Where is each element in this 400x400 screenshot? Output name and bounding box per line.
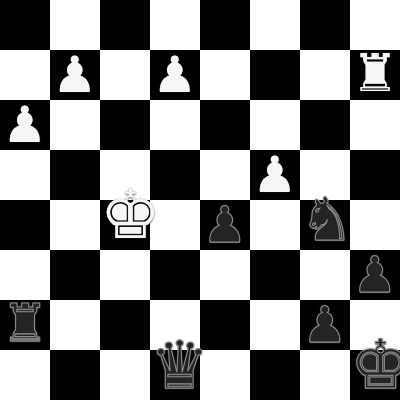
square-h6[interactable] xyxy=(350,100,400,150)
black-rook-icon: ♜ xyxy=(0,297,50,349)
square-e6[interactable] xyxy=(200,100,250,150)
square-c3[interactable] xyxy=(100,250,150,300)
square-g2[interactable]: ♟ xyxy=(300,300,350,350)
square-f6[interactable] xyxy=(250,100,300,150)
square-b6[interactable] xyxy=(50,100,100,150)
square-e5[interactable] xyxy=(200,150,250,200)
chess-board: ♟♟♜♟♟♚♟♞♟♜♟♛♚ xyxy=(0,0,400,400)
square-h3[interactable]: ♟ xyxy=(350,250,400,300)
square-g8[interactable] xyxy=(300,0,350,50)
square-a5[interactable] xyxy=(0,150,50,200)
square-f2[interactable] xyxy=(250,300,300,350)
square-d8[interactable] xyxy=(150,0,200,50)
square-a6[interactable]: ♟ xyxy=(0,100,50,150)
square-d7[interactable]: ♟ xyxy=(150,50,200,100)
square-g6[interactable] xyxy=(300,100,350,150)
square-g7[interactable] xyxy=(300,50,350,100)
square-h1[interactable]: ♚ xyxy=(350,350,400,400)
square-f5[interactable]: ♟ xyxy=(250,150,300,200)
square-d1[interactable]: ♛ xyxy=(150,350,200,400)
white-pawn-icon: ♟ xyxy=(50,50,100,100)
square-f4[interactable] xyxy=(250,200,300,250)
square-h7[interactable]: ♜ xyxy=(350,50,400,100)
square-a7[interactable] xyxy=(0,50,50,100)
square-f7[interactable] xyxy=(250,50,300,100)
square-f1[interactable] xyxy=(250,350,300,400)
square-b3[interactable] xyxy=(50,250,100,300)
square-f3[interactable] xyxy=(250,250,300,300)
black-pawn-icon: ♟ xyxy=(300,300,350,350)
square-g3[interactable] xyxy=(300,250,350,300)
black-king-icon: ♚ xyxy=(350,331,400,399)
white-king-icon: ♚ xyxy=(100,181,150,249)
square-e3[interactable] xyxy=(200,250,250,300)
square-c2[interactable] xyxy=(100,300,150,350)
square-c4[interactable]: ♚ xyxy=(100,200,150,250)
white-pawn-icon: ♟ xyxy=(250,150,300,200)
square-g4[interactable]: ♞ xyxy=(300,200,350,250)
square-g1[interactable] xyxy=(300,350,350,400)
square-a4[interactable] xyxy=(0,200,50,250)
square-h5[interactable] xyxy=(350,150,400,200)
square-a1[interactable] xyxy=(0,350,50,400)
square-b7[interactable]: ♟ xyxy=(50,50,100,100)
black-pawn-icon: ♟ xyxy=(200,200,250,250)
square-c1[interactable] xyxy=(100,350,150,400)
white-rook-icon: ♜ xyxy=(350,47,400,99)
square-e7[interactable] xyxy=(200,50,250,100)
square-c8[interactable] xyxy=(100,0,150,50)
square-c6[interactable] xyxy=(100,100,150,150)
square-b5[interactable] xyxy=(50,150,100,200)
white-pawn-icon: ♟ xyxy=(0,100,50,150)
square-f8[interactable] xyxy=(250,0,300,50)
white-pawn-icon: ♟ xyxy=(150,50,200,100)
black-pawn-icon: ♟ xyxy=(350,250,400,300)
square-a2[interactable]: ♜ xyxy=(0,300,50,350)
black-knight-icon: ♞ xyxy=(300,189,350,249)
square-b2[interactable] xyxy=(50,300,100,350)
square-h4[interactable] xyxy=(350,200,400,250)
square-b8[interactable] xyxy=(50,0,100,50)
square-b1[interactable] xyxy=(50,350,100,400)
square-b4[interactable] xyxy=(50,200,100,250)
square-d6[interactable] xyxy=(150,100,200,150)
black-queen-icon: ♛ xyxy=(150,333,200,399)
square-d3[interactable] xyxy=(150,250,200,300)
square-c7[interactable] xyxy=(100,50,150,100)
square-a8[interactable] xyxy=(0,0,50,50)
square-e4[interactable]: ♟ xyxy=(200,200,250,250)
chess-board-container: ♟♟♜♟♟♚♟♞♟♜♟♛♚ xyxy=(0,0,400,400)
square-e8[interactable] xyxy=(200,0,250,50)
